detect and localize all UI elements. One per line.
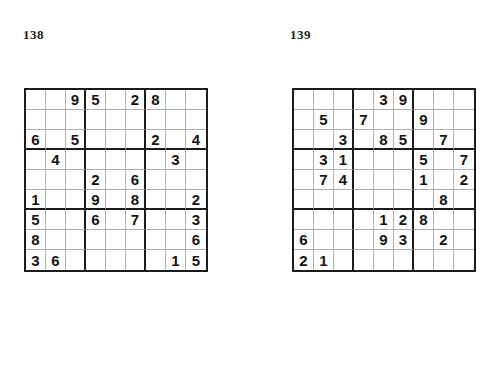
cell-r4c4 <box>86 150 106 170</box>
cell-r5c7 <box>146 170 166 190</box>
cell-r2c5 <box>374 110 394 130</box>
cell-r6c2 <box>314 190 334 210</box>
cell-r2c9 <box>454 110 474 130</box>
cell-r9c1: 2 <box>294 250 314 270</box>
page-number-139: 139 <box>290 27 311 43</box>
cell-r7c6: 7 <box>126 210 146 230</box>
cell-r4c6 <box>126 150 146 170</box>
cell-r4c9 <box>186 150 206 170</box>
cell-r7c1: 5 <box>26 210 46 230</box>
cell-r2c7 <box>146 110 166 130</box>
cell-r8c1: 6 <box>294 230 314 250</box>
cell-r3c2 <box>46 130 66 150</box>
cell-r9c6 <box>394 250 414 270</box>
cell-r3c1: 6 <box>26 130 46 150</box>
cell-r7c8 <box>166 210 186 230</box>
cell-r5c8 <box>166 170 186 190</box>
cell-r8c9: 6 <box>186 230 206 250</box>
cell-r2c4: 7 <box>354 110 374 130</box>
cell-r2c8 <box>166 110 186 130</box>
cell-r8c3 <box>334 230 354 250</box>
cell-r8c2 <box>314 230 334 250</box>
cell-r1c4: 5 <box>86 90 106 110</box>
cell-r3c1 <box>294 130 314 150</box>
cell-r3c4 <box>86 130 106 150</box>
cell-r1c2 <box>314 90 334 110</box>
cell-r9c2: 6 <box>46 250 66 270</box>
cell-r1c6: 2 <box>126 90 146 110</box>
cell-r7c3 <box>66 210 86 230</box>
cell-r6c8 <box>166 190 186 210</box>
cell-r3c9 <box>454 130 474 150</box>
sudoku-board-138: 95286524432619825673863615 <box>24 88 208 272</box>
cell-r8c7 <box>146 230 166 250</box>
cell-r3c7: 2 <box>146 130 166 150</box>
cell-r7c9: 3 <box>186 210 206 230</box>
cell-r3c2 <box>314 130 334 150</box>
cell-r2c1 <box>26 110 46 130</box>
cell-r1c1 <box>294 90 314 110</box>
cell-r9c1: 3 <box>26 250 46 270</box>
cell-r3c8 <box>166 130 186 150</box>
cell-r7c2 <box>314 210 334 230</box>
cell-r1c3: 9 <box>66 90 86 110</box>
cell-r6c1: 1 <box>26 190 46 210</box>
cell-r4c7: 5 <box>414 150 434 170</box>
cell-r9c9 <box>454 250 474 270</box>
cell-r4c1 <box>294 150 314 170</box>
cell-r5c9 <box>186 170 206 190</box>
cell-r3c3: 5 <box>66 130 86 150</box>
cell-r8c2 <box>46 230 66 250</box>
cell-r6c4: 9 <box>86 190 106 210</box>
cell-r4c8: 3 <box>166 150 186 170</box>
cell-r2c3 <box>334 110 354 130</box>
cell-r5c2: 7 <box>314 170 334 190</box>
cell-r4c7 <box>146 150 166 170</box>
cell-r5c1 <box>294 170 314 190</box>
cell-r2c3 <box>66 110 86 130</box>
cell-r8c3 <box>66 230 86 250</box>
cell-r7c7: 8 <box>414 210 434 230</box>
cell-r3c5 <box>106 130 126 150</box>
cell-r7c1 <box>294 210 314 230</box>
cell-r8c8: 2 <box>434 230 454 250</box>
cell-r6c1 <box>294 190 314 210</box>
cell-r1c6: 9 <box>394 90 414 110</box>
cell-r7c5: 1 <box>374 210 394 230</box>
cell-r6c9 <box>454 190 474 210</box>
cell-r6c4 <box>354 190 374 210</box>
cell-r5c6 <box>394 170 414 190</box>
cell-r4c5 <box>106 150 126 170</box>
cell-r1c7: 8 <box>146 90 166 110</box>
cell-r5c5 <box>374 170 394 190</box>
cell-r5c2 <box>46 170 66 190</box>
cell-r8c6 <box>126 230 146 250</box>
cell-r1c4 <box>354 90 374 110</box>
cell-r7c3 <box>334 210 354 230</box>
cell-r9c7 <box>146 250 166 270</box>
page-number-138: 138 <box>23 27 44 43</box>
cell-r6c5 <box>106 190 126 210</box>
sudoku-board-139: 395793857315774128128693221 <box>292 88 476 272</box>
cell-r1c8 <box>434 90 454 110</box>
cell-r3c3: 3 <box>334 130 354 150</box>
cell-r6c7 <box>146 190 166 210</box>
cell-r1c9 <box>454 90 474 110</box>
cell-r1c8 <box>166 90 186 110</box>
cell-r8c9 <box>454 230 474 250</box>
cell-r6c5 <box>374 190 394 210</box>
cell-r6c6 <box>394 190 414 210</box>
cell-r8c7 <box>414 230 434 250</box>
cell-r5c3 <box>66 170 86 190</box>
cell-r5c3: 4 <box>334 170 354 190</box>
cell-r7c5 <box>106 210 126 230</box>
cell-r3c6 <box>126 130 146 150</box>
cell-r8c5 <box>106 230 126 250</box>
cell-r9c6 <box>126 250 146 270</box>
cell-r8c6: 3 <box>394 230 414 250</box>
cell-r6c7 <box>414 190 434 210</box>
cell-r3c7 <box>414 130 434 150</box>
cell-r6c8: 8 <box>434 190 454 210</box>
cell-r7c7 <box>146 210 166 230</box>
cell-r9c4 <box>86 250 106 270</box>
cell-r7c2 <box>46 210 66 230</box>
cell-r8c4 <box>354 230 374 250</box>
cell-r3c5: 8 <box>374 130 394 150</box>
cell-r9c5 <box>374 250 394 270</box>
cell-r9c9: 5 <box>186 250 206 270</box>
cell-r1c5: 3 <box>374 90 394 110</box>
cell-r4c3 <box>66 150 86 170</box>
cell-r4c9: 7 <box>454 150 474 170</box>
cell-r9c5 <box>106 250 126 270</box>
cell-r8c1: 8 <box>26 230 46 250</box>
cell-r5c8 <box>434 170 454 190</box>
cell-r2c6 <box>394 110 414 130</box>
cell-r2c4 <box>86 110 106 130</box>
cell-r9c7 <box>414 250 434 270</box>
cell-r6c2 <box>46 190 66 210</box>
cell-r8c8 <box>166 230 186 250</box>
cell-r8c5: 9 <box>374 230 394 250</box>
cell-r2c2: 5 <box>314 110 334 130</box>
cell-r9c3 <box>66 250 86 270</box>
cell-r4c8 <box>434 150 454 170</box>
cell-r4c5 <box>374 150 394 170</box>
cell-r1c2 <box>46 90 66 110</box>
cell-r1c3 <box>334 90 354 110</box>
cell-r3c6: 5 <box>394 130 414 150</box>
cell-r7c9 <box>454 210 474 230</box>
cell-r2c1 <box>294 110 314 130</box>
cell-r2c6 <box>126 110 146 130</box>
cell-r5c5 <box>106 170 126 190</box>
cell-r7c6: 2 <box>394 210 414 230</box>
cell-r1c9 <box>186 90 206 110</box>
cell-r4c4 <box>354 150 374 170</box>
cell-r7c4 <box>354 210 374 230</box>
cell-r1c1 <box>26 90 46 110</box>
cell-r3c8: 7 <box>434 130 454 150</box>
cell-r6c3 <box>334 190 354 210</box>
cell-r5c1 <box>26 170 46 190</box>
cell-r7c4: 6 <box>86 210 106 230</box>
cell-r8c4 <box>86 230 106 250</box>
cell-r4c6 <box>394 150 414 170</box>
cell-r5c4: 2 <box>86 170 106 190</box>
cell-r4c2: 4 <box>46 150 66 170</box>
cell-r2c7: 9 <box>414 110 434 130</box>
cell-r9c8: 1 <box>166 250 186 270</box>
cell-r5c6: 6 <box>126 170 146 190</box>
cell-r6c3 <box>66 190 86 210</box>
cell-r3c4 <box>354 130 374 150</box>
cell-r5c9: 2 <box>454 170 474 190</box>
cell-r5c4 <box>354 170 374 190</box>
cell-r6c9: 2 <box>186 190 206 210</box>
cell-r4c1 <box>26 150 46 170</box>
cell-r5c7: 1 <box>414 170 434 190</box>
cell-r9c8 <box>434 250 454 270</box>
cell-r9c3 <box>334 250 354 270</box>
cell-r9c4 <box>354 250 374 270</box>
cell-r7c8 <box>434 210 454 230</box>
cell-r6c6: 8 <box>126 190 146 210</box>
cell-r9c2: 1 <box>314 250 334 270</box>
cell-r2c5 <box>106 110 126 130</box>
cell-r4c2: 3 <box>314 150 334 170</box>
cell-r2c8 <box>434 110 454 130</box>
cell-r4c3: 1 <box>334 150 354 170</box>
cell-r1c7 <box>414 90 434 110</box>
cell-r2c9 <box>186 110 206 130</box>
cell-r1c5 <box>106 90 126 110</box>
cell-r3c9: 4 <box>186 130 206 150</box>
cell-r2c2 <box>46 110 66 130</box>
